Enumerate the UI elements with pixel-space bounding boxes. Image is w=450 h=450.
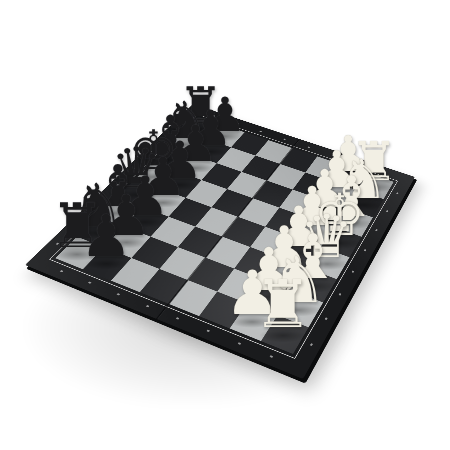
product-photo-chess-set: ♜♞♝♛♚♝♞♜♟♟♟♟♟♟♟♟♟♟♟♟♟♟♟♟♜♞♝♛♚♝♞♜ (0, 0, 450, 450)
